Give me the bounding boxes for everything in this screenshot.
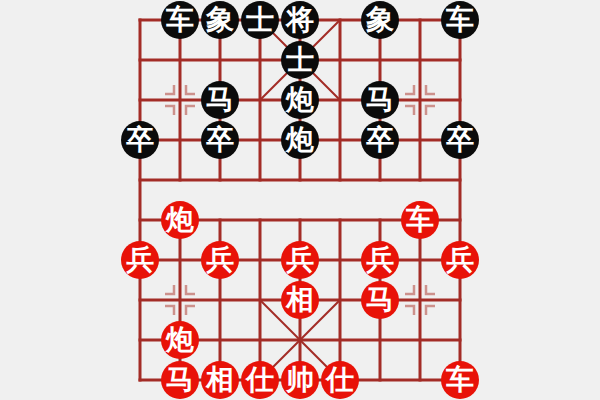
red-advisor[interactable]: 仕 [241,361,279,399]
red-horse[interactable]: 马 [161,361,199,399]
black-cannon[interactable]: 炮 [281,81,319,119]
red-elephant[interactable]: 相 [201,361,239,399]
black-elephant[interactable]: 象 [361,1,399,39]
red-pawn[interactable]: 兵 [361,241,399,279]
black-pawn[interactable]: 卒 [361,121,399,159]
black-pawn[interactable]: 卒 [201,121,239,159]
red-advisor[interactable]: 仕 [321,361,359,399]
black-rook[interactable]: 车 [441,1,479,39]
black-king[interactable]: 将 [281,1,319,39]
xiangqi-board-screen: 车象士将象车士马炮马卒卒炮卒卒炮车兵兵兵兵兵相马炮马相仕帅仕车 [0,0,600,400]
red-king[interactable]: 帅 [281,361,319,399]
black-elephant[interactable]: 象 [201,1,239,39]
red-elephant[interactable]: 相 [281,281,319,319]
red-horse[interactable]: 马 [361,281,399,319]
black-cannon[interactable]: 炮 [281,121,319,159]
red-cannon[interactable]: 炮 [161,201,199,239]
black-pawn[interactable]: 卒 [121,121,159,159]
pieces-grid[interactable]: 车象士将象车士马炮马卒卒炮卒卒炮车兵兵兵兵兵相马炮马相仕帅仕车 [120,0,480,400]
black-advisor[interactable]: 士 [281,41,319,79]
black-horse[interactable]: 马 [201,81,239,119]
black-advisor[interactable]: 士 [241,1,279,39]
red-pawn[interactable]: 兵 [281,241,319,279]
red-pawn[interactable]: 兵 [121,241,159,279]
black-pawn[interactable]: 卒 [441,121,479,159]
red-pawn[interactable]: 兵 [441,241,479,279]
black-horse[interactable]: 马 [361,81,399,119]
red-cannon[interactable]: 炮 [161,321,199,359]
red-pawn[interactable]: 兵 [201,241,239,279]
red-rook[interactable]: 车 [401,201,439,239]
black-rook[interactable]: 车 [161,1,199,39]
red-rook[interactable]: 车 [441,361,479,399]
